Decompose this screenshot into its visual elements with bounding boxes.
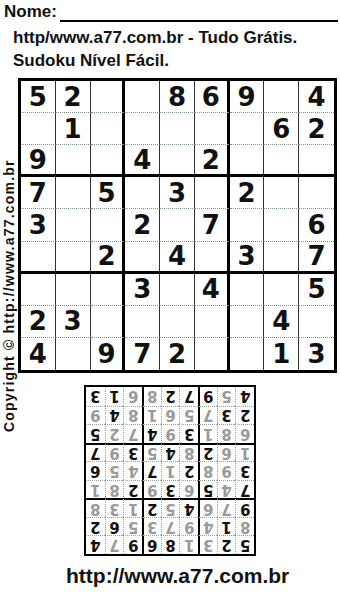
solution-cell-r4c2: 4 (217, 480, 236, 499)
cell-r5c8[interactable] (264, 209, 299, 241)
cell-r9c6[interactable] (195, 338, 230, 370)
solution-cell-r6c6: 5 (142, 443, 161, 462)
cell-r9c8: 1 (264, 338, 299, 370)
solution-cell-r1c6: 6 (142, 535, 161, 554)
cell-r9c2[interactable] (56, 338, 91, 370)
cell-r9c3: 9 (91, 338, 126, 370)
difficulty-title: Sudoku Nível Fácil. (13, 51, 169, 71)
cell-r2c1[interactable] (21, 113, 56, 145)
solution-cell-r6c7: 3 (123, 443, 142, 462)
cell-r6c6[interactable] (195, 242, 230, 274)
solution-cell-r8c6: 1 (142, 406, 161, 425)
solution-cell-r4c3: 5 (198, 480, 217, 499)
solution-cell-r7c2: 8 (217, 424, 236, 443)
site-title: http/www.a77.com.br - Tudo Grátis. (13, 28, 297, 48)
solution-cell-r7c8: 2 (105, 424, 124, 443)
cell-r8c6[interactable] (195, 306, 230, 338)
cell-r5c6: 7 (195, 209, 230, 241)
cell-r6c8[interactable] (264, 242, 299, 274)
solution-cell-r9c3: 9 (198, 387, 217, 406)
solution-cell-r8c9: 9 (86, 406, 105, 425)
cell-r2c4[interactable] (125, 113, 160, 145)
cell-r3c3[interactable] (91, 145, 126, 177)
cell-r7c8[interactable] (264, 274, 299, 306)
solution-cell-r1c3: 3 (198, 535, 217, 554)
solution-cell-r3c7: 1 (123, 498, 142, 517)
solution-cell-r9c6: 8 (142, 387, 161, 406)
cell-r8c8: 4 (264, 306, 299, 338)
solution-cell-r3c8: 3 (105, 498, 124, 517)
cell-r8c2: 3 (56, 306, 91, 338)
solution-cell-r7c9: 5 (86, 424, 105, 443)
solution-cell-r6c1: 1 (235, 443, 254, 462)
cell-r6c3: 2 (91, 242, 126, 274)
solution-cell-r3c3: 6 (198, 498, 217, 517)
cell-r3c2[interactable] (56, 145, 91, 177)
cell-r2c3[interactable] (91, 113, 126, 145)
cell-r2c5[interactable] (160, 113, 195, 145)
cell-r7c5[interactable] (160, 274, 195, 306)
sudoku-print-page: Nome: http/www.a77.com.br - Tudo Grátis.… (0, 0, 340, 596)
solution-cell-r2c2: 1 (217, 517, 236, 536)
cell-r4c7: 2 (230, 177, 265, 209)
cell-r2c7[interactable] (230, 113, 265, 145)
solution-cell-r6c4: 8 (179, 443, 198, 462)
solution-cell-r9c2: 5 (217, 387, 236, 406)
cell-r8c3[interactable] (91, 306, 126, 338)
solution-cell-r5c6: 7 (142, 461, 161, 480)
solution-cell-r5c8: 5 (105, 461, 124, 480)
solution-cell-r6c9: 7 (86, 443, 105, 462)
solution-cell-r7c3: 1 (198, 424, 217, 443)
solution-cell-r4c8: 8 (105, 480, 124, 499)
cell-r1c2: 2 (56, 81, 91, 113)
cell-r1c1: 5 (21, 81, 56, 113)
cell-r7c1[interactable] (21, 274, 56, 306)
cell-r5c5[interactable] (160, 209, 195, 241)
solution-cell-r8c7: 8 (123, 406, 142, 425)
solution-cell-r1c8: 7 (105, 535, 124, 554)
solution-cell-r2c5: 7 (161, 517, 180, 536)
solution-cell-r3c2: 7 (217, 498, 236, 517)
cell-r3c1: 9 (21, 145, 56, 177)
solution-cell-r7c4: 3 (179, 424, 198, 443)
cell-r1c9: 4 (299, 81, 334, 113)
solution-cell-r1c2: 2 (217, 535, 236, 554)
solution-cell-r6c5: 4 (161, 443, 180, 462)
name-label: Nome: (4, 2, 57, 22)
cell-r8c7[interactable] (230, 306, 265, 338)
solution-cell-r1c1: 5 (235, 535, 254, 554)
cell-r6c1[interactable] (21, 242, 56, 274)
solution-cell-r3c4: 4 (179, 498, 198, 517)
cell-r8c5[interactable] (160, 306, 195, 338)
cell-r3c6: 2 (195, 145, 230, 177)
cell-r3c5[interactable] (160, 145, 195, 177)
solution-cell-r5c5: 1 (161, 461, 180, 480)
cell-r4c9[interactable] (299, 177, 334, 209)
solution-cell-r2c4: 9 (179, 517, 198, 536)
solution-cell-r6c2: 6 (217, 443, 236, 462)
cell-r6c7: 3 (230, 242, 265, 274)
cell-r4c3: 5 (91, 177, 126, 209)
solution-cell-r6c3: 2 (198, 443, 217, 462)
cell-r8c1: 2 (21, 306, 56, 338)
cell-r7c7[interactable] (230, 274, 265, 306)
cell-r6c5: 4 (160, 242, 195, 274)
cell-r4c8[interactable] (264, 177, 299, 209)
footer-url: http://www.a77.com.br (66, 564, 289, 588)
name-row: Nome: (4, 2, 338, 22)
cell-r7c9: 5 (299, 274, 334, 306)
solution-cell-r8c3: 7 (198, 406, 217, 425)
solution-cell-r7c7: 7 (123, 424, 142, 443)
solution-cell-r9c9: 3 (86, 387, 105, 406)
cell-r5c4: 2 (125, 209, 160, 241)
sudoku-grid[interactable]: 528694162942753232762437345234497213 (18, 78, 337, 373)
cell-r1c4[interactable] (125, 81, 160, 113)
name-input-line[interactable] (60, 3, 338, 22)
solution-cell-r2c3: 4 (198, 517, 217, 536)
cell-r5c2[interactable] (56, 209, 91, 241)
solution-cell-r4c7: 2 (123, 480, 142, 499)
cell-r8c9[interactable] (299, 306, 334, 338)
solution-cell-r1c5: 8 (161, 535, 180, 554)
cell-r7c3[interactable] (91, 274, 126, 306)
solution-cell-r4c9: 1 (86, 480, 105, 499)
solution-cell-r2c6: 3 (142, 517, 161, 536)
solution-cell-r3c1: 9 (235, 498, 254, 517)
solution-cell-r5c2: 9 (217, 461, 236, 480)
cell-r7c4: 3 (125, 274, 160, 306)
solution-cell-r9c4: 7 (179, 387, 198, 406)
solution-cell-r7c5: 9 (161, 424, 180, 443)
solution-cell-r5c9: 6 (86, 461, 105, 480)
cell-r8c4[interactable] (125, 306, 160, 338)
solution-cell-r4c1: 7 (235, 480, 254, 499)
solution-cell-r5c4: 2 (179, 461, 198, 480)
solution-cell-r6c8: 9 (105, 443, 124, 462)
cell-r6c2[interactable] (56, 242, 91, 274)
solution-cell-r2c1: 8 (235, 517, 254, 536)
cell-r2c8: 6 (264, 113, 299, 145)
solution-cell-r8c2: 3 (217, 406, 236, 425)
solution-cell-r9c1: 4 (235, 387, 254, 406)
solution-cell-r1c9: 4 (86, 535, 105, 554)
solution-cell-r5c3: 8 (198, 461, 217, 480)
cell-r4c2[interactable] (56, 177, 91, 209)
solution-cell-r4c4: 6 (179, 480, 198, 499)
solution-grid: 5231869748149735629764521387456392813982… (84, 385, 256, 556)
cell-r4c6[interactable] (195, 177, 230, 209)
cell-r1c8[interactable] (264, 81, 299, 113)
cell-r6c4[interactable] (125, 242, 160, 274)
cell-r4c5: 3 (160, 177, 195, 209)
solution-cell-r2c9: 2 (86, 517, 105, 536)
solution-cell-r5c7: 4 (123, 461, 142, 480)
cell-r5c7[interactable] (230, 209, 265, 241)
cell-r7c6: 4 (195, 274, 230, 306)
cell-r2c9: 2 (299, 113, 334, 145)
cell-r3c8[interactable] (264, 145, 299, 177)
cell-r1c3[interactable] (91, 81, 126, 113)
solution-cell-r2c7: 5 (123, 517, 142, 536)
cell-r1c6: 6 (195, 81, 230, 113)
cell-r2c6[interactable] (195, 113, 230, 145)
cell-r9c4: 7 (125, 338, 160, 370)
cell-r2c2: 1 (56, 113, 91, 145)
cell-r5c1: 3 (21, 209, 56, 241)
solution-cell-r9c5: 2 (161, 387, 180, 406)
solution-cell-r4c6: 9 (142, 480, 161, 499)
cell-r9c9: 3 (299, 338, 334, 370)
solution-cell-r3c6: 2 (142, 498, 161, 517)
cell-r9c1: 4 (21, 338, 56, 370)
solution-cell-r8c4: 5 (179, 406, 198, 425)
cell-r4c4[interactable] (125, 177, 160, 209)
cell-r6c9: 7 (299, 242, 334, 274)
cell-r7c2[interactable] (56, 274, 91, 306)
solution-cell-r3c5: 5 (161, 498, 180, 517)
cell-r5c3[interactable] (91, 209, 126, 241)
cell-r9c5: 2 (160, 338, 195, 370)
solution-cell-r8c8: 4 (105, 406, 124, 425)
solution-cell-r9c7: 6 (123, 387, 142, 406)
solution-cell-r4c5: 3 (161, 480, 180, 499)
solution-cell-r9c8: 1 (105, 387, 124, 406)
copyright-vertical-text: Copyright © http://www.a77.com.br (1, 159, 17, 432)
solution-cell-r7c6: 4 (142, 424, 161, 443)
cell-r3c7[interactable] (230, 145, 265, 177)
cell-r9c7[interactable] (230, 338, 265, 370)
cell-r1c7: 9 (230, 81, 265, 113)
cell-r3c9[interactable] (299, 145, 334, 177)
cell-r3c4: 4 (125, 145, 160, 177)
solution-cell-r1c7: 9 (123, 535, 142, 554)
solution-cell-r7c1: 6 (235, 424, 254, 443)
cell-r4c1: 7 (21, 177, 56, 209)
solution-cell-r1c4: 1 (179, 535, 198, 554)
solution-cell-r2c8: 6 (105, 517, 124, 536)
solution-cell-r3c9: 8 (86, 498, 105, 517)
cell-r5c9: 6 (299, 209, 334, 241)
solution-cell-r8c1: 2 (235, 406, 254, 425)
solution-cell-r5c1: 3 (235, 461, 254, 480)
cell-r1c5: 8 (160, 81, 195, 113)
solution-cell-r8c5: 6 (161, 406, 180, 425)
